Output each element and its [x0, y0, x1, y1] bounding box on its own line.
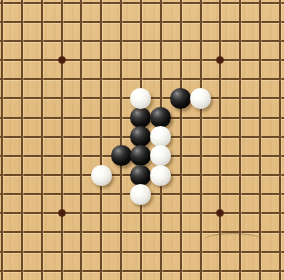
board-intersection[interactable]	[12, 223, 32, 242]
board-intersection[interactable]	[72, 12, 92, 31]
board-intersection[interactable]	[91, 261, 111, 280]
board-intersection[interactable]	[72, 89, 92, 108]
board-intersection[interactable]	[52, 0, 72, 12]
board-intersection[interactable]	[230, 165, 250, 184]
board-intersection[interactable]	[111, 0, 131, 12]
board-intersection[interactable]	[12, 242, 32, 261]
board-intersection[interactable]	[250, 165, 270, 184]
star-point	[58, 56, 66, 64]
board-intersection[interactable]	[131, 242, 151, 261]
board-intersection[interactable]	[12, 12, 32, 31]
board-intersection[interactable]	[32, 0, 52, 12]
board-intersection[interactable]	[91, 12, 111, 31]
board-intersection[interactable]	[151, 223, 171, 242]
board-intersection[interactable]	[0, 12, 12, 31]
board-intersection[interactable]	[52, 70, 72, 89]
board-intersection[interactable]	[131, 51, 151, 70]
board-intersection[interactable]	[211, 89, 231, 108]
board-intersection[interactable]	[0, 31, 12, 50]
board-intersection[interactable]	[12, 70, 32, 89]
board-intersection[interactable]	[171, 165, 191, 184]
board-intersection[interactable]	[0, 51, 12, 70]
board-intersection[interactable]	[151, 242, 171, 261]
board-intersection[interactable]	[72, 127, 92, 146]
board-intersection[interactable]	[91, 108, 111, 127]
board-intersection[interactable]	[171, 70, 191, 89]
board-intersection[interactable]	[230, 70, 250, 89]
board-intersection[interactable]	[0, 89, 12, 108]
board-intersection[interactable]	[270, 70, 284, 89]
board-intersection[interactable]	[191, 165, 211, 184]
board-intersection[interactable]	[191, 51, 211, 70]
board-intersection[interactable]	[250, 127, 270, 146]
board-intersection[interactable]	[32, 146, 52, 165]
stone-white	[190, 88, 211, 109]
board-intersection[interactable]	[151, 51, 171, 70]
board-intersection[interactable]	[12, 127, 32, 146]
board-intersection[interactable]	[0, 146, 12, 165]
board-intersection[interactable]	[151, 204, 171, 223]
board-intersection[interactable]	[191, 127, 211, 146]
board-intersection[interactable]	[230, 146, 250, 165]
board-intersection[interactable]	[32, 70, 52, 89]
board-intersection[interactable]	[250, 242, 270, 261]
board-intersection[interactable]	[191, 0, 211, 12]
board-intersection[interactable]	[91, 204, 111, 223]
board-intersection[interactable]	[270, 146, 284, 165]
board-intersection[interactable]	[32, 185, 52, 204]
board-intersection[interactable]	[91, 89, 111, 108]
board-intersection[interactable]	[171, 223, 191, 242]
board-intersection[interactable]	[230, 127, 250, 146]
board-intersection[interactable]	[72, 185, 92, 204]
board-intersection[interactable]	[151, 0, 171, 12]
board-intersection[interactable]	[12, 185, 32, 204]
board-intersection[interactable]	[0, 242, 12, 261]
board-intersection[interactable]	[12, 204, 32, 223]
board-intersection[interactable]	[171, 204, 191, 223]
board-intersection[interactable]	[171, 127, 191, 146]
board-intersection[interactable]	[111, 127, 131, 146]
board-intersection[interactable]	[32, 51, 52, 70]
board-intersection[interactable]	[230, 185, 250, 204]
board-intersection[interactable]	[230, 31, 250, 50]
board-intersection[interactable]	[151, 261, 171, 280]
board-intersection[interactable]	[131, 204, 151, 223]
board-intersection[interactable]	[72, 108, 92, 127]
board-intersection[interactable]	[72, 242, 92, 261]
board-intersection[interactable]	[270, 108, 284, 127]
board-intersection[interactable]	[191, 31, 211, 50]
board-intersection[interactable]	[12, 146, 32, 165]
board-intersection[interactable]	[52, 108, 72, 127]
board-intersection[interactable]	[230, 261, 250, 280]
board-intersection[interactable]	[72, 223, 92, 242]
board-intersection[interactable]	[230, 12, 250, 31]
board-intersection[interactable]	[151, 185, 171, 204]
board-intersection[interactable]	[270, 185, 284, 204]
gomoku-board	[0, 0, 284, 280]
stone-black	[111, 145, 132, 166]
board-intersection[interactable]	[72, 146, 92, 165]
board-intersection[interactable]	[12, 89, 32, 108]
board-intersection[interactable]	[270, 89, 284, 108]
board-intersection[interactable]	[171, 12, 191, 31]
board-intersection[interactable]	[111, 165, 131, 184]
board-intersection[interactable]	[211, 108, 231, 127]
board-intersection[interactable]	[32, 204, 52, 223]
board-intersection[interactable]	[0, 223, 12, 242]
board-intersection[interactable]	[111, 185, 131, 204]
board-intersection[interactable]	[250, 31, 270, 50]
board-intersection[interactable]	[52, 127, 72, 146]
board-intersection[interactable]	[151, 12, 171, 31]
board-intersection[interactable]	[211, 70, 231, 89]
board-intersection[interactable]	[0, 165, 12, 184]
board-intersection[interactable]	[250, 12, 270, 31]
board-intersection[interactable]	[191, 146, 211, 165]
board-intersection[interactable]	[151, 70, 171, 89]
board-intersection[interactable]	[91, 127, 111, 146]
board-intersection[interactable]	[111, 51, 131, 70]
board-intersection[interactable]	[52, 242, 72, 261]
board-intersection[interactable]	[91, 31, 111, 50]
board-intersection[interactable]	[171, 185, 191, 204]
board-intersection[interactable]	[0, 261, 12, 280]
board-intersection[interactable]	[250, 51, 270, 70]
board-intersection[interactable]	[12, 261, 32, 280]
board-intersection[interactable]	[111, 89, 131, 108]
board-intersection[interactable]	[250, 185, 270, 204]
board-intersection[interactable]	[52, 31, 72, 50]
board-intersection[interactable]	[111, 242, 131, 261]
board-intersection[interactable]	[270, 127, 284, 146]
board-intersection[interactable]	[270, 0, 284, 12]
board-intersection[interactable]	[32, 89, 52, 108]
board-intersection[interactable]	[111, 12, 131, 31]
board-intersection[interactable]	[191, 261, 211, 280]
board-intersection[interactable]	[111, 204, 131, 223]
board-intersection[interactable]	[191, 12, 211, 31]
board-intersection[interactable]	[72, 165, 92, 184]
board-intersection[interactable]	[32, 223, 52, 242]
board-intersection[interactable]	[91, 51, 111, 70]
board-intersection[interactable]	[52, 223, 72, 242]
board-intersection[interactable]	[151, 89, 171, 108]
board-intersection[interactable]	[12, 108, 32, 127]
stone-black	[130, 165, 151, 186]
board-intersection[interactable]	[230, 51, 250, 70]
board-intersection[interactable]	[91, 242, 111, 261]
board-intersection[interactable]	[270, 204, 284, 223]
board-intersection[interactable]	[151, 31, 171, 50]
board-intersection[interactable]	[72, 31, 92, 50]
board-intersection[interactable]	[32, 261, 52, 280]
board-intersection[interactable]	[270, 31, 284, 50]
board-intersection[interactable]	[211, 0, 231, 12]
board-intersection[interactable]	[91, 146, 111, 165]
board-intersection[interactable]	[250, 89, 270, 108]
board-intersection[interactable]	[91, 185, 111, 204]
board-intersection[interactable]	[270, 51, 284, 70]
board-intersection[interactable]	[250, 204, 270, 223]
board-intersection[interactable]	[230, 204, 250, 223]
board-intersection[interactable]	[91, 70, 111, 89]
board-intersection[interactable]	[131, 12, 151, 31]
board-intersection[interactable]	[250, 108, 270, 127]
board-intersection[interactable]	[211, 146, 231, 165]
board-intersection[interactable]	[131, 70, 151, 89]
board-intersection[interactable]	[12, 0, 32, 12]
board-intersection[interactable]	[191, 185, 211, 204]
board-intersection[interactable]	[32, 242, 52, 261]
board-intersection[interactable]	[171, 242, 191, 261]
board-intersection[interactable]	[250, 70, 270, 89]
board-intersection[interactable]	[230, 242, 250, 261]
board-intersection[interactable]	[32, 12, 52, 31]
board-intersection[interactable]	[52, 89, 72, 108]
board-intersection[interactable]	[52, 185, 72, 204]
board-intersection[interactable]	[32, 108, 52, 127]
board-intersection[interactable]	[191, 70, 211, 89]
board-intersection[interactable]	[52, 261, 72, 280]
board-intersection[interactable]	[171, 108, 191, 127]
board-intersection[interactable]	[131, 223, 151, 242]
board-intersection[interactable]	[270, 261, 284, 280]
board-intersection[interactable]	[131, 261, 151, 280]
board-intersection[interactable]	[171, 31, 191, 50]
board-intersection[interactable]	[12, 165, 32, 184]
board-intersection[interactable]	[211, 12, 231, 31]
board-intersection[interactable]	[111, 31, 131, 50]
board-intersection[interactable]	[72, 204, 92, 223]
board-intersection[interactable]	[72, 51, 92, 70]
board-intersection[interactable]	[211, 31, 231, 50]
board-intersection[interactable]	[0, 70, 12, 89]
board-intersection[interactable]	[0, 0, 12, 12]
board-intersection[interactable]	[12, 31, 32, 50]
board-intersection[interactable]	[0, 185, 12, 204]
board-intersection[interactable]	[211, 165, 231, 184]
board-intersection[interactable]	[191, 242, 211, 261]
board-intersection[interactable]	[32, 165, 52, 184]
board-intersection[interactable]	[230, 0, 250, 12]
board-intersection[interactable]	[52, 146, 72, 165]
board-intersection[interactable]	[191, 204, 211, 223]
board-intersection[interactable]	[72, 70, 92, 89]
stone-white	[91, 165, 112, 186]
board-intersection[interactable]	[270, 12, 284, 31]
board-intersection[interactable]	[171, 146, 191, 165]
board-intersection[interactable]	[91, 223, 111, 242]
board-intersection[interactable]	[211, 242, 231, 261]
board-intersection[interactable]	[111, 70, 131, 89]
board-intersection[interactable]	[270, 242, 284, 261]
board-intersection[interactable]	[270, 223, 284, 242]
board-intersection[interactable]	[0, 127, 12, 146]
board-intersection[interactable]	[191, 108, 211, 127]
stone-white	[150, 165, 171, 186]
board-intersection[interactable]	[230, 108, 250, 127]
board-intersection[interactable]	[270, 165, 284, 184]
star-point	[58, 209, 66, 217]
board-intersection[interactable]	[211, 127, 231, 146]
board-intersection[interactable]	[111, 261, 131, 280]
board-intersection[interactable]	[250, 0, 270, 12]
board-intersection[interactable]	[52, 165, 72, 184]
board-intersection[interactable]	[171, 0, 191, 12]
board-intersection[interactable]	[131, 0, 151, 12]
board-intersection[interactable]	[111, 223, 131, 242]
board-intersection[interactable]	[72, 0, 92, 12]
board-intersection[interactable]	[91, 0, 111, 12]
board-intersection[interactable]	[250, 261, 270, 280]
board-intersection[interactable]	[32, 127, 52, 146]
board-intersection[interactable]	[211, 261, 231, 280]
board-intersection[interactable]	[230, 89, 250, 108]
board-intersection[interactable]	[52, 12, 72, 31]
board-intersection[interactable]	[211, 185, 231, 204]
board-intersection[interactable]	[131, 31, 151, 50]
board-intersection[interactable]	[250, 146, 270, 165]
stone-black	[170, 88, 191, 109]
board-intersection[interactable]	[72, 261, 92, 280]
board-intersection[interactable]	[32, 31, 52, 50]
board-intersection[interactable]	[111, 108, 131, 127]
board-intersection[interactable]	[12, 51, 32, 70]
board-intersection[interactable]	[0, 204, 12, 223]
board-intersection[interactable]	[171, 261, 191, 280]
board-intersection[interactable]	[0, 108, 12, 127]
board-intersection[interactable]	[171, 51, 191, 70]
